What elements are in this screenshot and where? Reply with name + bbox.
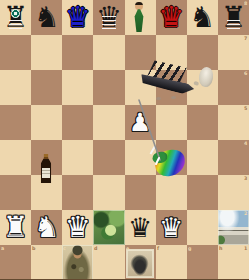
square-d7[interactable] <box>93 35 124 70</box>
black-striped-rook[interactable]: ♜ <box>218 0 249 35</box>
square-g5[interactable] <box>187 105 218 140</box>
square-a3[interactable] <box>0 175 31 210</box>
building-photo-piece[interactable] <box>218 210 249 245</box>
square-c5[interactable] <box>62 105 93 140</box>
square-g1[interactable] <box>187 245 218 280</box>
white-knight[interactable]: ♞ <box>31 210 62 245</box>
square-h6[interactable] <box>218 70 249 105</box>
black-queen[interactable]: ♛ <box>125 210 156 245</box>
square-g3[interactable] <box>187 175 218 210</box>
square-c6[interactable] <box>62 70 93 105</box>
black-knight[interactable]: ♞ <box>187 0 218 35</box>
square-h7[interactable] <box>218 35 249 70</box>
square-d5[interactable] <box>93 105 124 140</box>
square-f1[interactable] <box>156 245 187 280</box>
square-g4[interactable] <box>187 140 218 175</box>
square-h1[interactable] <box>218 245 249 280</box>
white-queen[interactable]: ♛ <box>62 210 93 245</box>
soldier-photo-piece[interactable] <box>62 245 93 280</box>
square-a6[interactable] <box>0 70 31 105</box>
square-c4[interactable] <box>62 140 93 175</box>
red-queen[interactable]: ♛ <box>156 0 187 35</box>
black-knight[interactable]: ♞ <box>31 0 62 35</box>
square-e4[interactable] <box>125 140 156 175</box>
tank-photo-piece[interactable] <box>126 249 154 278</box>
chess-board-app: abcdefgh12345678♜♞♛♛♛♞♜♟♜♞♛♛♛ <box>0 0 249 280</box>
square-d3[interactable] <box>93 175 124 210</box>
square-g7[interactable] <box>187 35 218 70</box>
white-queen[interactable]: ♛ <box>156 210 187 245</box>
square-h5[interactable] <box>218 105 249 140</box>
square-a1[interactable] <box>0 245 31 280</box>
square-b6[interactable] <box>31 70 62 105</box>
square-d6[interactable] <box>93 70 124 105</box>
square-e3[interactable] <box>125 175 156 210</box>
white-rook[interactable]: ♜ <box>0 210 31 245</box>
square-c7[interactable] <box>62 35 93 70</box>
square-d1[interactable] <box>93 245 124 280</box>
square-b7[interactable] <box>31 35 62 70</box>
smoke-smudge <box>156 97 161 100</box>
square-b5[interactable] <box>31 105 62 140</box>
square-a4[interactable] <box>0 140 31 175</box>
black-rook-logo[interactable]: ♜ <box>0 0 31 35</box>
square-h3[interactable] <box>218 175 249 210</box>
jungle-photo-piece[interactable] <box>93 210 124 245</box>
square-f3[interactable] <box>156 175 187 210</box>
square-c3[interactable] <box>62 175 93 210</box>
square-h4[interactable] <box>218 140 249 175</box>
square-a5[interactable] <box>0 105 31 140</box>
square-a7[interactable] <box>0 35 31 70</box>
blue-queen[interactable]: ♛ <box>62 0 93 35</box>
square-g2[interactable] <box>187 210 218 245</box>
square-b1[interactable] <box>31 245 62 280</box>
square-f5[interactable] <box>156 105 187 140</box>
square-d4[interactable] <box>93 140 124 175</box>
black-striped-queen[interactable]: ♛ <box>93 0 124 35</box>
green-lady-black-king[interactable] <box>130 2 148 33</box>
white-pawn[interactable]: ♟ <box>125 105 156 140</box>
